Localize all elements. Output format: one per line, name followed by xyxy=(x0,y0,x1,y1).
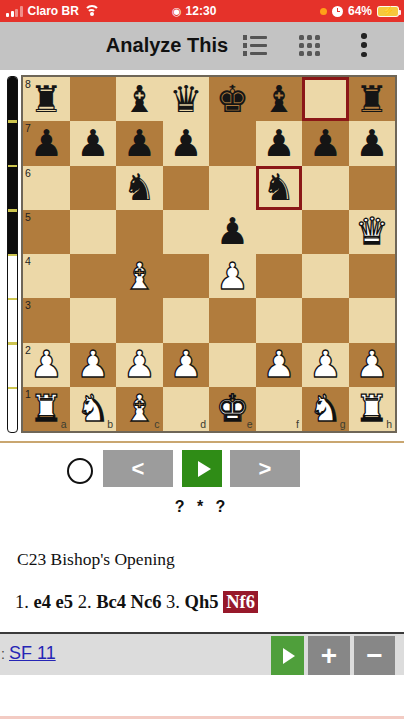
move-annotation-radio[interactable] xyxy=(67,458,93,484)
rank-label-2: 2 xyxy=(25,344,31,356)
square-d1[interactable]: d xyxy=(163,387,210,431)
engine-lines-minus-button[interactable]: − xyxy=(354,636,395,675)
eval-tick xyxy=(8,165,17,168)
engine-start-button[interactable] xyxy=(271,636,304,675)
location-services-icon: ◉ xyxy=(172,5,182,18)
eval-tick xyxy=(8,342,17,345)
square-c1[interactable]: ♝c xyxy=(116,387,163,431)
engine-line-prefix: : xyxy=(1,646,5,662)
black-p-piece-d7: ♟ xyxy=(163,121,210,165)
square-d8[interactable]: ♛ xyxy=(163,77,210,121)
square-c4[interactable]: ♝ xyxy=(116,254,163,298)
square-g8[interactable] xyxy=(302,77,349,121)
square-c8[interactable]: ♝ xyxy=(116,77,163,121)
white-p-piece-g2: ♟ xyxy=(302,343,349,387)
square-h2[interactable]: ♟ xyxy=(349,343,396,387)
overflow-menu-icon[interactable] xyxy=(360,33,368,57)
square-g5[interactable] xyxy=(302,210,349,254)
square-g2[interactable]: ♟ xyxy=(302,343,349,387)
board-grid-icon[interactable] xyxy=(299,35,320,56)
square-e1[interactable]: ♚e xyxy=(209,387,256,431)
rank-label-7: 7 xyxy=(25,122,31,134)
white-p-piece-h2: ♟ xyxy=(349,343,396,387)
rank-label-6: 6 xyxy=(25,167,31,179)
move-token[interactable]: 1. xyxy=(15,592,34,612)
black-p-piece-e5: ♟ xyxy=(209,210,256,254)
square-h7[interactable]: ♟ xyxy=(349,121,396,165)
square-e7[interactable] xyxy=(209,121,256,165)
file-label-h: h xyxy=(386,418,392,430)
white-p-piece-b2: ♟ xyxy=(70,343,117,387)
eval-tick xyxy=(8,298,17,301)
square-b7[interactable]: ♟ xyxy=(70,121,117,165)
file-label-c: c xyxy=(154,418,159,430)
battery-charging-icon: ⚡ xyxy=(377,6,399,17)
eval-tick xyxy=(8,120,17,123)
square-d6[interactable] xyxy=(163,166,210,210)
rank-label-3: 3 xyxy=(25,299,31,311)
move-token[interactable]: 2. xyxy=(73,592,96,612)
square-f8[interactable]: ♝ xyxy=(256,77,303,121)
square-g3[interactable] xyxy=(302,298,349,342)
square-b2[interactable]: ♟ xyxy=(70,343,117,387)
square-e3[interactable] xyxy=(209,298,256,342)
black-n-piece-c6: ♞ xyxy=(116,166,163,210)
file-label-f: f xyxy=(296,418,299,430)
move-token[interactable]: e4 e5 xyxy=(34,592,74,612)
square-f5[interactable] xyxy=(256,210,303,254)
square-f6[interactable]: ♞ xyxy=(256,166,303,210)
black-b-piece-f8: ♝ xyxy=(256,77,303,121)
square-b5[interactable] xyxy=(70,210,117,254)
game-result-text: ? * ? xyxy=(0,498,404,516)
black-p-piece-b7: ♟ xyxy=(70,121,117,165)
file-label-a: a xyxy=(61,418,67,430)
square-c6[interactable]: ♞ xyxy=(116,166,163,210)
autoplay-button[interactable] xyxy=(182,450,222,487)
square-b6[interactable] xyxy=(70,166,117,210)
square-c5[interactable] xyxy=(116,210,163,254)
file-label-g: g xyxy=(340,418,346,430)
clock-time: 12:30 xyxy=(186,4,217,18)
square-g1[interactable]: ♞g xyxy=(302,387,349,431)
square-h4[interactable] xyxy=(349,254,396,298)
square-g6[interactable] xyxy=(302,166,349,210)
black-p-piece-g7: ♟ xyxy=(302,121,349,165)
square-e4[interactable]: ♟ xyxy=(209,254,256,298)
board-bottom-divider xyxy=(0,441,404,443)
square-b4[interactable] xyxy=(70,254,117,298)
black-r-piece-h8: ♜ xyxy=(349,77,396,121)
white-p-piece-c2: ♟ xyxy=(116,343,163,387)
square-e2[interactable] xyxy=(209,343,256,387)
signal-strength-icon xyxy=(6,6,23,17)
play-triangle-icon xyxy=(198,461,211,477)
carrier-label: Claro BR xyxy=(28,4,79,18)
rank-label-4: 4 xyxy=(25,255,31,267)
black-b-piece-c8: ♝ xyxy=(116,77,163,121)
square-a2[interactable]: ♟2 xyxy=(23,343,70,387)
square-h6[interactable] xyxy=(349,166,396,210)
black-q-piece-d8: ♛ xyxy=(163,77,210,121)
wifi-icon xyxy=(84,5,100,17)
move-token[interactable]: Qh5 xyxy=(185,592,224,612)
rank-label-8: 8 xyxy=(25,78,31,90)
engine-toolbar: : SF 11 + − xyxy=(0,632,404,675)
white-p-piece-d2: ♟ xyxy=(163,343,210,387)
opening-name: C23 Bishop's Opening xyxy=(17,549,175,570)
square-a1[interactable]: ♜1a xyxy=(23,387,70,431)
video-edge-artifact xyxy=(0,716,404,719)
square-e8[interactable]: ♚ xyxy=(209,77,256,121)
black-p-piece-h7: ♟ xyxy=(349,121,396,165)
square-f1[interactable]: f xyxy=(256,387,303,431)
alarm-clock-icon xyxy=(332,6,343,17)
current-move-highlighted[interactable]: Nf6 xyxy=(223,591,258,613)
evaluation-bar xyxy=(7,76,18,433)
square-a6[interactable]: 6 xyxy=(23,166,70,210)
file-label-b: b xyxy=(107,418,113,430)
square-d7[interactable]: ♟ xyxy=(163,121,210,165)
eval-tick xyxy=(8,254,17,257)
square-d3[interactable] xyxy=(163,298,210,342)
engine-play-icon xyxy=(283,648,295,664)
square-e6[interactable] xyxy=(209,166,256,210)
square-h8[interactable]: ♜ xyxy=(349,77,396,121)
white-b-piece-c4: ♝ xyxy=(116,254,163,298)
rank-label-5: 5 xyxy=(25,211,31,223)
move-token[interactable]: Bc4 Nc6 xyxy=(96,592,161,612)
black-p-piece-c7: ♟ xyxy=(116,121,163,165)
square-a8[interactable]: ♜8 xyxy=(23,77,70,121)
black-p-piece-f7: ♟ xyxy=(256,121,303,165)
white-p-piece-e4: ♟ xyxy=(209,254,256,298)
mic-indicator-dot xyxy=(320,8,327,15)
back-move-button[interactable]: < xyxy=(103,450,173,487)
black-n-piece-f6: ♞ xyxy=(256,166,303,210)
app-header: Analyze This xyxy=(0,22,404,70)
square-e5[interactable]: ♟ xyxy=(209,210,256,254)
square-h1[interactable]: ♜h xyxy=(349,387,396,431)
engine-lines-plus-button[interactable]: + xyxy=(308,636,350,675)
square-b1[interactable]: ♞b xyxy=(70,387,117,431)
status-bar: Claro BR ◉ 12:30 64% ⚡ xyxy=(0,0,404,22)
move-list[interactable]: 1. e4 e5 2. Bc4 Nc6 3. Qh5 Nf6 xyxy=(15,592,258,613)
square-g4[interactable] xyxy=(302,254,349,298)
square-d4[interactable] xyxy=(163,254,210,298)
square-a3[interactable]: 3 xyxy=(23,298,70,342)
rank-label-1: 1 xyxy=(25,388,31,400)
page-title: Analyze This xyxy=(106,34,228,57)
square-f2[interactable]: ♟ xyxy=(256,343,303,387)
square-b8[interactable] xyxy=(70,77,117,121)
square-a4[interactable]: 4 xyxy=(23,254,70,298)
move-token[interactable]: 3. xyxy=(161,592,184,612)
eval-tick xyxy=(8,387,17,390)
square-c3[interactable] xyxy=(116,298,163,342)
file-label-d: d xyxy=(200,418,206,430)
square-a7[interactable]: ♟7 xyxy=(23,121,70,165)
square-f7[interactable]: ♟ xyxy=(256,121,303,165)
square-d2[interactable]: ♟ xyxy=(163,343,210,387)
battery-percent: 64% xyxy=(348,4,372,18)
move-list-icon[interactable] xyxy=(243,35,269,56)
square-h3[interactable] xyxy=(349,298,396,342)
file-label-e: e xyxy=(247,418,253,430)
chess-board: ♜8♝♛♚♝♜♟7♟♟♟♟♟♟6♞♞5♟♛4♝♟3♟2♟♟♟♟♟♟♜1a♞b♝c… xyxy=(21,75,397,433)
square-a5[interactable]: 5 xyxy=(23,210,70,254)
white-p-piece-f2: ♟ xyxy=(256,343,303,387)
square-h5[interactable]: ♛ xyxy=(349,210,396,254)
black-k-piece-e8: ♚ xyxy=(209,77,256,121)
square-f3[interactable] xyxy=(256,298,303,342)
square-f4[interactable] xyxy=(256,254,303,298)
forward-move-button[interactable]: > xyxy=(230,450,300,487)
square-g7[interactable]: ♟ xyxy=(302,121,349,165)
square-c2[interactable]: ♟ xyxy=(116,343,163,387)
engine-name-link[interactable]: SF 11 xyxy=(9,643,56,664)
eval-tick xyxy=(8,209,17,212)
square-c7[interactable]: ♟ xyxy=(116,121,163,165)
square-d5[interactable] xyxy=(163,210,210,254)
square-b3[interactable] xyxy=(70,298,117,342)
white-q-piece-h5: ♛ xyxy=(349,210,396,254)
